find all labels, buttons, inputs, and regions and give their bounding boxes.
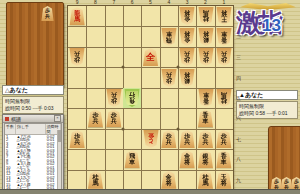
board-grid-line bbox=[68, 67, 233, 68]
piece-7e[interactable]: 歩兵 bbox=[106, 89, 122, 107]
gote-player-name: △あなた bbox=[2, 85, 64, 95]
board-grid-line bbox=[86, 6, 87, 190]
kifu-list[interactable]: 手数 指し手 消費時間 1▲7六歩0:022△3四歩0:013▲6六歩0:024… bbox=[4, 123, 62, 192]
sente-time-rule: 時間無制限 bbox=[239, 103, 295, 110]
board-grid-line bbox=[68, 129, 233, 130]
piece-8i[interactable]: 桂馬 bbox=[88, 171, 104, 189]
kifu-col-moveno: 手数 bbox=[5, 124, 16, 134]
kifu-close-button[interactable]: × bbox=[54, 115, 61, 122]
logo-version-number: 13 bbox=[262, 16, 281, 36]
hoshi-dot bbox=[122, 66, 125, 69]
file-coordinate-label: 2 bbox=[204, 0, 207, 5]
piece-5g[interactable]: と金 bbox=[143, 130, 159, 148]
board-grid-line bbox=[68, 170, 233, 171]
rank-coordinate-label: 八 bbox=[236, 157, 241, 162]
piece-2i[interactable]: 桂馬 bbox=[198, 171, 214, 189]
piece-1h[interactable]: 香車 bbox=[216, 150, 232, 168]
piece-1i[interactable]: 玉将 bbox=[216, 171, 232, 189]
kifu-col-move: 指し手 bbox=[16, 124, 46, 134]
piece-8f[interactable]: 歩兵 bbox=[88, 109, 104, 127]
gote-time-info: 時間無制限 総時間 0:50 一手 0:03 bbox=[2, 96, 64, 114]
board-grid-line bbox=[105, 6, 106, 190]
piece-1e[interactable]: 桂馬 bbox=[216, 89, 232, 107]
file-coordinate-label: 3 bbox=[186, 0, 189, 5]
piece-2c[interactable]: 歩兵 bbox=[198, 48, 214, 66]
file-coordinate-label: 7 bbox=[112, 0, 115, 5]
rank-coordinate-label: 七 bbox=[236, 136, 241, 141]
kifu-scrollbar[interactable] bbox=[57, 130, 61, 191]
board-grid-line bbox=[68, 26, 233, 27]
kifu-window-icon bbox=[5, 117, 9, 121]
hoshi-dot bbox=[177, 66, 180, 69]
board-grid-line bbox=[68, 108, 233, 109]
hoshi-dot bbox=[177, 127, 180, 130]
piece-3h[interactable]: 金将 bbox=[179, 150, 195, 168]
rank-coordinate-label: 二 bbox=[236, 34, 241, 39]
piece-5c[interactable]: 全 bbox=[143, 48, 159, 66]
piece-1g[interactable]: 歩兵 bbox=[216, 130, 232, 148]
gote-captured-piece-stand[interactable]: 歩兵 bbox=[6, 2, 64, 87]
kifu-window[interactable]: 棋譜 × 手数 指し手 消費時間 1▲7六歩0:022△3四歩0:013▲6六歩… bbox=[2, 114, 64, 194]
rank-coordinate-label: 九 bbox=[236, 177, 241, 182]
piece-3c[interactable]: 歩兵 bbox=[179, 48, 195, 66]
piece-9g[interactable]: 歩兵 bbox=[69, 130, 85, 148]
sente-time-info: 時間無制限 総時間 0:58 一手 0:01 bbox=[236, 101, 298, 119]
hoshi-dot bbox=[122, 127, 125, 130]
gekisashi-logo: 激指 13 bbox=[236, 2, 300, 46]
piece-3b[interactable]: 金将 bbox=[179, 28, 195, 46]
board-grid-line bbox=[160, 6, 161, 190]
board-grid-line bbox=[215, 6, 216, 190]
piece-1b[interactable]: 香車 bbox=[216, 28, 232, 46]
board-grid-line bbox=[141, 6, 142, 190]
gekisashi-app-window: 激指 13 歩兵 歩兵歩兵歩兵 △あなた 時間無制限 総時間 0:50 一手 0… bbox=[0, 0, 300, 194]
piece-2g[interactable]: 歩兵 bbox=[198, 130, 214, 148]
bottom-edge-bar bbox=[0, 189, 300, 194]
board-grid-line bbox=[196, 6, 197, 190]
piece-2b[interactable]: 銀将 bbox=[198, 28, 214, 46]
board-grid-line bbox=[178, 6, 179, 190]
kifu-titlebar[interactable]: 棋譜 × bbox=[3, 115, 63, 123]
file-coordinate-label: 1 bbox=[222, 0, 225, 5]
piece-4b[interactable]: 飛車 bbox=[161, 28, 177, 46]
rank-coordinate-label: 五 bbox=[236, 96, 241, 101]
kifu-header-row: 手数 指し手 消費時間 bbox=[5, 124, 61, 135]
piece-4g[interactable]: 歩兵 bbox=[161, 130, 177, 148]
piece-4i[interactable]: 金将 bbox=[161, 171, 177, 189]
rank-coordinate-label: 三 bbox=[236, 55, 241, 60]
file-coordinate-label: 9 bbox=[76, 0, 79, 5]
rank-coordinate-label: 一 bbox=[236, 14, 241, 19]
kifu-scrollbar-thumb[interactable] bbox=[58, 130, 61, 142]
captured-piece[interactable]: 歩兵 bbox=[41, 6, 54, 21]
piece-3g[interactable]: 歩兵 bbox=[179, 130, 195, 148]
piece-9c[interactable]: 歩兵 bbox=[69, 48, 85, 66]
gote-time-rule: 時間無制限 bbox=[5, 98, 61, 105]
sente-player-name: ▲あなた bbox=[236, 90, 298, 100]
board-grid-line bbox=[68, 149, 233, 150]
piece-7f[interactable]: 歩兵 bbox=[106, 109, 122, 127]
board-grid-line bbox=[68, 88, 233, 89]
rank-coordinate-label: 六 bbox=[236, 116, 241, 121]
piece-2f[interactable]: 香車 bbox=[198, 109, 214, 127]
piece-6h[interactable]: 飛車 bbox=[124, 150, 140, 168]
sente-player-panel: ▲あなた 時間無制限 総時間 0:58 一手 0:01 bbox=[236, 90, 298, 119]
sente-captured-piece-stand[interactable]: 歩兵歩兵歩兵 bbox=[268, 126, 300, 194]
piece-9a[interactable]: 龍馬 bbox=[69, 7, 85, 25]
piece-4d[interactable]: 歩兵 bbox=[161, 69, 177, 87]
piece-1a[interactable]: 王将 bbox=[216, 7, 232, 25]
gote-player-panel: △あなた 時間無制限 総時間 0:50 一手 0:03 bbox=[2, 85, 64, 114]
file-coordinate-label: 6 bbox=[131, 0, 134, 5]
rank-coordinate-label: 四 bbox=[236, 75, 241, 80]
file-coordinate-label: 8 bbox=[94, 0, 97, 5]
file-coordinate-label: 5 bbox=[149, 0, 152, 5]
piece-2a[interactable]: 桂馬 bbox=[198, 7, 214, 25]
piece-3d[interactable]: 銀将 bbox=[179, 69, 195, 87]
shogi-board[interactable]: 987654321一二三四五六七八九龍馬金将桂馬王将飛車金将銀将香車歩兵全歩兵歩… bbox=[68, 6, 233, 190]
kifu-window-title: 棋譜 bbox=[11, 116, 54, 122]
piece-3a[interactable]: 金将 bbox=[179, 7, 195, 25]
sente-time-total: 総時間 0:58 一手 0:01 bbox=[239, 110, 295, 117]
piece-2e[interactable]: 香車 bbox=[198, 89, 214, 107]
gote-time-total: 総時間 0:50 一手 0:03 bbox=[5, 105, 61, 112]
piece-1c[interactable]: 歩兵 bbox=[216, 48, 232, 66]
board-grid-line bbox=[68, 47, 233, 48]
file-coordinate-label: 4 bbox=[167, 0, 170, 5]
piece-2h[interactable]: 銀将 bbox=[198, 150, 214, 168]
